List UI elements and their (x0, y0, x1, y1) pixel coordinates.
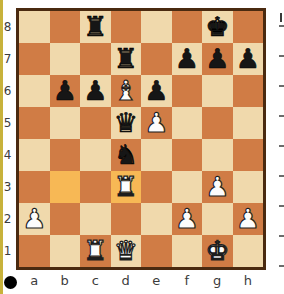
square-f3[interactable] (172, 171, 203, 203)
square-c2[interactable] (80, 203, 111, 235)
black-pawn: ♟ (175, 43, 199, 75)
square-c6[interactable]: ♟ (80, 75, 111, 107)
square-g8[interactable]: ♚ (202, 11, 233, 43)
white-bishop: ♝ (114, 75, 138, 107)
square-c5[interactable] (80, 107, 111, 139)
white-rook: ♜ (83, 235, 107, 267)
square-h4[interactable] (233, 139, 264, 171)
black-rook: ♜ (83, 11, 107, 43)
black-pawn: ♟ (205, 43, 229, 75)
white-pawn: ♟ (236, 203, 260, 235)
file-label-g: g (202, 272, 233, 290)
square-g3[interactable]: ♟ (202, 171, 233, 203)
file-label-e: e (141, 272, 172, 290)
square-e1[interactable] (141, 235, 172, 267)
square-d6[interactable]: ♝ (111, 75, 142, 107)
black-knight: ♞ (114, 139, 138, 171)
square-g4[interactable] (202, 139, 233, 171)
rank-label-5: 5 (0, 107, 15, 139)
square-b4[interactable] (50, 139, 81, 171)
black-pawn: ♟ (83, 75, 107, 107)
rank-labels: 87654321 (0, 11, 15, 267)
square-b7[interactable] (50, 43, 81, 75)
square-d2[interactable] (111, 203, 142, 235)
cropped-right-edge-tick (279, 205, 284, 207)
square-h7[interactable]: ♟ (233, 43, 264, 75)
square-c8[interactable]: ♜ (80, 11, 111, 43)
chess-board: ♜♚♜♟♟♟♟♟♝♟♛♟♞♜♟♟♟♟♜♛♚ (16, 8, 266, 270)
square-e6[interactable]: ♟ (141, 75, 172, 107)
square-c7[interactable] (80, 43, 111, 75)
square-h3[interactable] (233, 171, 264, 203)
white-queen: ♛ (114, 235, 138, 267)
square-h6[interactable] (233, 75, 264, 107)
square-g7[interactable]: ♟ (202, 43, 233, 75)
white-pawn: ♟ (205, 171, 229, 203)
square-e7[interactable] (141, 43, 172, 75)
file-label-f: f (172, 272, 203, 290)
square-g1[interactable]: ♚ (202, 235, 233, 267)
cropped-right-edge-tick (279, 25, 284, 27)
cropped-right-edge-tick (279, 85, 284, 87)
square-a5[interactable] (19, 107, 50, 139)
cropped-right-edge-tick (279, 55, 284, 57)
white-rook: ♜ (114, 171, 138, 203)
black-queen: ♛ (114, 107, 138, 139)
square-f4[interactable] (172, 139, 203, 171)
square-e5[interactable]: ♟ (141, 107, 172, 139)
black-king: ♚ (205, 11, 229, 43)
square-a3[interactable] (19, 171, 50, 203)
white-king: ♚ (205, 235, 229, 267)
black-rook: ♜ (114, 43, 138, 75)
square-f1[interactable] (172, 235, 203, 267)
white-pawn: ♟ (175, 203, 199, 235)
square-b1[interactable] (50, 235, 81, 267)
black-pawn: ♟ (236, 43, 260, 75)
square-e3[interactable] (141, 171, 172, 203)
file-label-a: a (19, 272, 50, 290)
black-pawn: ♟ (144, 75, 168, 107)
side-to-move-indicator (4, 276, 17, 289)
white-pawn: ♟ (144, 107, 168, 139)
square-d1[interactable]: ♛ (111, 235, 142, 267)
white-pawn: ♟ (22, 203, 46, 235)
cropped-right-edge-tick (279, 235, 284, 237)
rank-label-8: 8 (0, 11, 15, 43)
square-e4[interactable] (141, 139, 172, 171)
square-f7[interactable]: ♟ (172, 43, 203, 75)
square-g5[interactable] (202, 107, 233, 139)
square-b5[interactable] (50, 107, 81, 139)
square-b6[interactable]: ♟ (50, 75, 81, 107)
file-label-h: h (233, 272, 264, 290)
rank-label-1: 1 (0, 235, 15, 267)
square-d3[interactable]: ♜ (111, 171, 142, 203)
black-pawn: ♟ (53, 75, 77, 107)
square-a1[interactable] (19, 235, 50, 267)
cropped-right-edge-mark (280, 13, 282, 22)
square-c3[interactable] (80, 171, 111, 203)
rank-label-6: 6 (0, 75, 15, 107)
square-a6[interactable] (19, 75, 50, 107)
rank-label-7: 7 (0, 43, 15, 75)
square-f5[interactable] (172, 107, 203, 139)
square-e8[interactable] (141, 11, 172, 43)
square-d4[interactable]: ♞ (111, 139, 142, 171)
square-h5[interactable] (233, 107, 264, 139)
file-labels: abcdefgh (19, 272, 263, 290)
square-d8[interactable] (111, 11, 142, 43)
square-c1[interactable]: ♜ (80, 235, 111, 267)
square-b2[interactable] (50, 203, 81, 235)
square-d5[interactable]: ♛ (111, 107, 142, 139)
square-h2[interactable]: ♟ (233, 203, 264, 235)
cropped-right-edge-tick (279, 115, 284, 117)
square-g2[interactable] (202, 203, 233, 235)
file-label-d: d (111, 272, 142, 290)
square-h8[interactable] (233, 11, 264, 43)
square-g6[interactable] (202, 75, 233, 107)
square-b3[interactable] (50, 171, 81, 203)
square-f8[interactable] (172, 11, 203, 43)
rank-label-4: 4 (0, 139, 15, 171)
square-a7[interactable] (19, 43, 50, 75)
square-e2[interactable] (141, 203, 172, 235)
square-f6[interactable] (172, 75, 203, 107)
square-h1[interactable] (233, 235, 264, 267)
square-a8[interactable] (19, 11, 50, 43)
square-f2[interactable]: ♟ (172, 203, 203, 235)
square-d7[interactable]: ♜ (111, 43, 142, 75)
file-label-b: b (50, 272, 81, 290)
square-b8[interactable] (50, 11, 81, 43)
file-label-c: c (80, 272, 111, 290)
square-c4[interactable] (80, 139, 111, 171)
rank-label-3: 3 (0, 171, 15, 203)
square-a4[interactable] (19, 139, 50, 171)
cropped-right-edge-tick (279, 175, 284, 177)
rank-label-2: 2 (0, 203, 15, 235)
cropped-right-edge-tick (279, 265, 284, 267)
cropped-right-edge-tick (279, 145, 284, 147)
square-a2[interactable]: ♟ (19, 203, 50, 235)
